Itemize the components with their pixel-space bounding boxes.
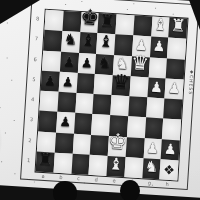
square-g3 bbox=[144, 118, 163, 139]
square-f3 bbox=[127, 116, 146, 137]
square-e1 bbox=[106, 156, 125, 177]
square-a4 bbox=[39, 91, 58, 112]
board-frame: 87654321 abcdefgh ◆CHESS ♚♜♝♜♞♝♝♟♟♟♟♞♞♛♟… bbox=[20, 0, 199, 190]
square-b3 bbox=[56, 112, 75, 133]
square-c1 bbox=[71, 153, 90, 174]
square-c2 bbox=[72, 133, 91, 154]
square-c7 bbox=[79, 32, 98, 53]
square-h5 bbox=[165, 78, 184, 99]
rank-label-1: 1 bbox=[22, 149, 36, 170]
square-b8 bbox=[62, 11, 81, 32]
square-g4 bbox=[146, 97, 165, 118]
square-d3 bbox=[91, 114, 110, 135]
square-d2 bbox=[90, 134, 109, 155]
square-d6 bbox=[95, 54, 114, 75]
square-d1 bbox=[89, 155, 108, 176]
square-g5 bbox=[147, 77, 166, 98]
square-g8 bbox=[151, 16, 170, 37]
square-d4 bbox=[93, 94, 112, 115]
square-h6 bbox=[166, 58, 185, 79]
square-g7 bbox=[149, 37, 168, 58]
rank-label-6: 6 bbox=[28, 48, 42, 69]
square-e5 bbox=[112, 75, 131, 96]
rank-label-3: 3 bbox=[24, 109, 38, 130]
square-e7 bbox=[114, 34, 133, 55]
square-g2 bbox=[143, 138, 162, 159]
square-h4 bbox=[163, 98, 182, 119]
square-f2 bbox=[125, 137, 144, 158]
square-b1 bbox=[53, 152, 72, 173]
square-d5 bbox=[94, 74, 113, 95]
square-b6 bbox=[60, 51, 79, 72]
square-c4 bbox=[75, 93, 94, 114]
board-grid: ♚♜♝♜♞♝♝♟♟♟♟♞♞♛♟♟♛♟♟♟♚♟♟♜♝♞❖ bbox=[35, 9, 189, 182]
square-f6 bbox=[131, 56, 150, 77]
offboard-piece-silhouette-left bbox=[53, 181, 77, 200]
square-h2 bbox=[161, 139, 180, 160]
square-a1 bbox=[36, 151, 55, 172]
square-a2 bbox=[37, 131, 56, 152]
rank-label-5: 5 bbox=[27, 69, 41, 90]
square-f4 bbox=[128, 96, 147, 117]
square-b7 bbox=[61, 31, 80, 52]
square-a3 bbox=[38, 111, 57, 132]
square-c5 bbox=[76, 73, 95, 94]
square-a6 bbox=[42, 50, 61, 71]
square-e6 bbox=[113, 55, 132, 76]
square-h3 bbox=[162, 119, 181, 140]
square-c8 bbox=[80, 12, 99, 33]
square-h8 bbox=[168, 18, 187, 39]
square-h7 bbox=[167, 38, 186, 59]
square-b5 bbox=[58, 72, 77, 93]
square-f5 bbox=[129, 76, 148, 97]
photo-smudge bbox=[0, 116, 4, 170]
square-g6 bbox=[148, 57, 167, 78]
rank-label-2: 2 bbox=[23, 129, 37, 150]
rank-label-4: 4 bbox=[25, 89, 39, 110]
square-a5 bbox=[41, 70, 60, 91]
chess-photo-scene: 87654321 abcdefgh ◆CHESS ♚♜♝♜♞♝♝♟♟♟♟♞♞♛♟… bbox=[0, 0, 200, 200]
square-f1 bbox=[124, 157, 143, 178]
square-e3 bbox=[109, 115, 128, 136]
square-e2 bbox=[108, 136, 127, 157]
square-e4 bbox=[110, 95, 129, 116]
square-c6 bbox=[77, 52, 96, 73]
square-d8 bbox=[98, 13, 117, 34]
square-f7 bbox=[132, 36, 151, 57]
board-sheet: 87654321 abcdefgh ◆CHESS ♚♜♝♜♞♝♝♟♟♟♟♞♞♛♟… bbox=[0, 0, 200, 198]
rank-label-8: 8 bbox=[31, 8, 45, 29]
square-c3 bbox=[74, 113, 93, 134]
square-a7 bbox=[43, 30, 62, 51]
board-corner-logo: ❖ bbox=[163, 163, 175, 177]
square-g1 bbox=[142, 158, 161, 179]
square-d7 bbox=[96, 33, 115, 54]
square-b2 bbox=[55, 132, 74, 153]
square-f8 bbox=[133, 15, 152, 36]
square-e8 bbox=[115, 14, 134, 35]
offboard-piece-silhouette-center bbox=[120, 180, 140, 200]
square-b4 bbox=[57, 92, 76, 113]
rank-label-7: 7 bbox=[29, 28, 43, 49]
square-a8 bbox=[44, 10, 63, 31]
